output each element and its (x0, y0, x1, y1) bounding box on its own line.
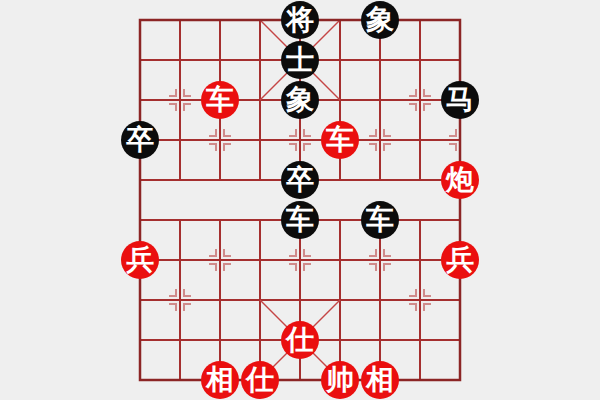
piece-red-advisor[interactable]: 仕 (241, 361, 279, 399)
point-f6-r4[interactable] (360, 160, 400, 200)
point-f2-r2[interactable]: 车 (200, 80, 240, 120)
point-f8-r7[interactable] (440, 280, 480, 320)
point-f0-r0[interactable] (120, 0, 160, 40)
point-f1-r6[interactable] (160, 240, 200, 280)
point-f4-r9[interactable] (280, 360, 320, 400)
point-f8-r3[interactable] (440, 120, 480, 160)
point-f1-r4[interactable] (160, 160, 200, 200)
point-f5-r2[interactable] (320, 80, 360, 120)
piece-red-advisor[interactable]: 仕 (281, 321, 319, 359)
point-f5-r1[interactable] (320, 40, 360, 80)
piece-black-chariot[interactable]: 车 (361, 201, 399, 239)
point-f3-r0[interactable] (240, 0, 280, 40)
point-f4-r6[interactable] (280, 240, 320, 280)
point-f3-r5[interactable] (240, 200, 280, 240)
piece-black-general[interactable]: 将 (281, 1, 319, 39)
point-f7-r8[interactable] (400, 320, 440, 360)
point-f2-r8[interactable] (200, 320, 240, 360)
point-f4-r4[interactable]: 卒 (280, 160, 320, 200)
piece-black-chariot[interactable]: 车 (281, 201, 319, 239)
point-f5-r3[interactable]: 车 (320, 120, 360, 160)
piece-black-soldier[interactable]: 卒 (121, 121, 159, 159)
point-f0-r7[interactable] (120, 280, 160, 320)
point-f2-r4[interactable] (200, 160, 240, 200)
point-f6-r2[interactable] (360, 80, 400, 120)
point-f3-r4[interactable] (240, 160, 280, 200)
point-f8-r1[interactable] (440, 40, 480, 80)
point-f3-r1[interactable] (240, 40, 280, 80)
point-f1-r9[interactable] (160, 360, 200, 400)
piece-black-horse[interactable]: 马 (441, 81, 479, 119)
point-f2-r6[interactable] (200, 240, 240, 280)
point-f8-r4[interactable]: 炮 (440, 160, 480, 200)
point-f6-r6[interactable] (360, 240, 400, 280)
point-f3-r7[interactable] (240, 280, 280, 320)
point-f8-r0[interactable] (440, 0, 480, 40)
point-f0-r3[interactable]: 卒 (120, 120, 160, 160)
point-f1-r7[interactable] (160, 280, 200, 320)
point-f5-r4[interactable] (320, 160, 360, 200)
point-f0-r8[interactable] (120, 320, 160, 360)
piece-red-soldier[interactable]: 兵 (121, 241, 159, 279)
point-f5-r0[interactable] (320, 0, 360, 40)
xiangqi-board-screenshot: 将象士车象马卒车卒炮车车兵兵仕相仕帅相 (0, 0, 600, 400)
point-f4-r0[interactable]: 将 (280, 0, 320, 40)
point-f3-r2[interactable] (240, 80, 280, 120)
point-f1-r8[interactable] (160, 320, 200, 360)
point-f7-r6[interactable] (400, 240, 440, 280)
xiangqi-piece-grid: 将象士车象马卒车卒炮车车兵兵仕相仕帅相 (120, 0, 480, 400)
point-f6-r8[interactable] (360, 320, 400, 360)
point-f4-r7[interactable] (280, 280, 320, 320)
point-f5-r6[interactable] (320, 240, 360, 280)
piece-black-soldier[interactable]: 卒 (281, 161, 319, 199)
point-f6-r0[interactable]: 象 (360, 0, 400, 40)
piece-black-elephant[interactable]: 象 (361, 1, 399, 39)
point-f2-r7[interactable] (200, 280, 240, 320)
point-f5-r8[interactable] (320, 320, 360, 360)
point-f8-r9[interactable] (440, 360, 480, 400)
point-f1-r3[interactable] (160, 120, 200, 160)
piece-red-soldier[interactable]: 兵 (441, 241, 479, 279)
point-f4-r2[interactable]: 象 (280, 80, 320, 120)
point-f2-r0[interactable] (200, 0, 240, 40)
point-f3-r6[interactable] (240, 240, 280, 280)
point-f8-r5[interactable] (440, 200, 480, 240)
point-f7-r1[interactable] (400, 40, 440, 80)
point-f0-r6[interactable]: 兵 (120, 240, 160, 280)
point-f0-r4[interactable] (120, 160, 160, 200)
point-f2-r3[interactable] (200, 120, 240, 160)
point-f1-r2[interactable] (160, 80, 200, 120)
point-f6-r1[interactable] (360, 40, 400, 80)
point-f1-r0[interactable] (160, 0, 200, 40)
piece-red-elephant[interactable]: 相 (201, 361, 239, 399)
point-f6-r3[interactable] (360, 120, 400, 160)
piece-red-chariot[interactable]: 车 (201, 81, 239, 119)
point-f3-r9[interactable]: 仕 (240, 360, 280, 400)
point-f6-r9[interactable]: 相 (360, 360, 400, 400)
point-f8-r6[interactable]: 兵 (440, 240, 480, 280)
point-f4-r3[interactable] (280, 120, 320, 160)
point-f5-r7[interactable] (320, 280, 360, 320)
point-f0-r1[interactable] (120, 40, 160, 80)
piece-black-advisor[interactable]: 士 (281, 41, 319, 79)
point-f8-r2[interactable]: 马 (440, 80, 480, 120)
piece-red-cannon[interactable]: 炮 (441, 161, 479, 199)
point-f0-r9[interactable] (120, 360, 160, 400)
point-f3-r3[interactable] (240, 120, 280, 160)
point-f7-r5[interactable] (400, 200, 440, 240)
point-f7-r9[interactable] (400, 360, 440, 400)
point-f1-r1[interactable] (160, 40, 200, 80)
point-f7-r0[interactable] (400, 0, 440, 40)
point-f4-r1[interactable]: 士 (280, 40, 320, 80)
piece-red-general[interactable]: 帅 (321, 361, 359, 399)
point-f4-r8[interactable]: 仕 (280, 320, 320, 360)
point-f5-r9[interactable]: 帅 (320, 360, 360, 400)
point-f0-r2[interactable] (120, 80, 160, 120)
point-f1-r5[interactable] (160, 200, 200, 240)
point-f7-r7[interactable] (400, 280, 440, 320)
point-f8-r8[interactable] (440, 320, 480, 360)
point-f2-r1[interactable] (200, 40, 240, 80)
point-f0-r5[interactable] (120, 200, 160, 240)
point-f4-r5[interactable]: 车 (280, 200, 320, 240)
point-f7-r4[interactable] (400, 160, 440, 200)
point-f2-r9[interactable]: 相 (200, 360, 240, 400)
piece-red-elephant[interactable]: 相 (361, 361, 399, 399)
piece-red-chariot[interactable]: 车 (321, 121, 359, 159)
point-f6-r7[interactable] (360, 280, 400, 320)
point-f7-r2[interactable] (400, 80, 440, 120)
piece-black-elephant[interactable]: 象 (281, 81, 319, 119)
point-f5-r5[interactable] (320, 200, 360, 240)
point-f7-r3[interactable] (400, 120, 440, 160)
point-f2-r5[interactable] (200, 200, 240, 240)
point-f3-r8[interactable] (240, 320, 280, 360)
point-f6-r5[interactable]: 车 (360, 200, 400, 240)
